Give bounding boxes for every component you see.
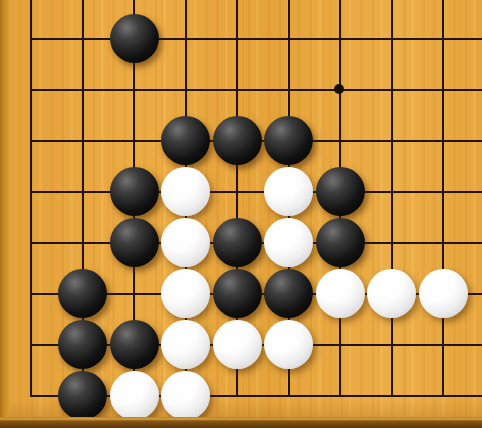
board-intersection[interactable] — [266, 16, 312, 62]
black-stone[interactable] — [316, 167, 365, 216]
board-intersection[interactable] — [8, 118, 54, 164]
white-stone[interactable] — [264, 218, 313, 267]
black-stone[interactable] — [110, 14, 159, 63]
board-intersection[interactable] — [369, 322, 415, 368]
board-intersection[interactable] — [214, 16, 260, 62]
white-stone[interactable] — [264, 320, 313, 369]
board-intersection[interactable] — [8, 373, 54, 419]
black-stone[interactable] — [161, 116, 210, 165]
board-intersection[interactable] — [163, 16, 209, 62]
board-intersection[interactable] — [369, 118, 415, 164]
white-stone[interactable] — [264, 167, 313, 216]
board-bottom-edge — [0, 417, 482, 428]
white-stone[interactable] — [161, 218, 210, 267]
board-intersection[interactable] — [317, 16, 363, 62]
board-intersection[interactable] — [163, 67, 209, 113]
screenshot-root — [0, 0, 482, 428]
black-stone[interactable] — [264, 116, 313, 165]
board-intersection[interactable] — [8, 220, 54, 266]
white-stone[interactable] — [316, 269, 365, 318]
black-stone[interactable] — [110, 218, 159, 267]
board-intersection[interactable] — [369, 373, 415, 419]
black-stone[interactable] — [58, 269, 107, 318]
board-intersection[interactable] — [60, 67, 106, 113]
board-intersection[interactable] — [420, 16, 466, 62]
white-stone[interactable] — [161, 269, 210, 318]
board-intersection[interactable] — [420, 220, 466, 266]
board-intersection[interactable] — [369, 67, 415, 113]
board-intersection[interactable] — [60, 169, 106, 215]
board-intersection[interactable] — [8, 169, 54, 215]
board-left-edge — [0, 0, 12, 419]
board-intersection[interactable] — [420, 169, 466, 215]
white-stone[interactable] — [110, 371, 159, 420]
white-stone[interactable] — [367, 269, 416, 318]
white-stone[interactable] — [419, 269, 468, 318]
board-intersection[interactable] — [111, 271, 157, 317]
board-intersection[interactable] — [214, 373, 260, 419]
board-intersection[interactable] — [8, 322, 54, 368]
board-intersection[interactable] — [420, 67, 466, 113]
board-intersection[interactable] — [8, 16, 54, 62]
black-stone[interactable] — [264, 269, 313, 318]
board-intersection[interactable] — [420, 373, 466, 419]
board-intersection[interactable] — [420, 118, 466, 164]
go-board[interactable] — [0, 0, 482, 428]
white-stone[interactable] — [161, 371, 210, 420]
board-intersection[interactable] — [214, 67, 260, 113]
board-intersection[interactable] — [111, 67, 157, 113]
white-stone[interactable] — [213, 320, 262, 369]
board-intersection[interactable] — [369, 16, 415, 62]
black-stone[interactable] — [213, 269, 262, 318]
black-stone[interactable] — [58, 320, 107, 369]
board-intersection[interactable] — [317, 118, 363, 164]
board-intersection[interactable] — [369, 220, 415, 266]
board-intersection[interactable] — [420, 322, 466, 368]
board-intersection[interactable] — [60, 118, 106, 164]
board-intersection[interactable] — [317, 373, 363, 419]
board-intersection[interactable] — [317, 67, 363, 113]
board-intersection[interactable] — [8, 67, 54, 113]
black-stone[interactable] — [316, 218, 365, 267]
board-intersection[interactable] — [60, 16, 106, 62]
black-stone[interactable] — [110, 320, 159, 369]
board-intersection[interactable] — [266, 67, 312, 113]
black-stone[interactable] — [110, 167, 159, 216]
white-stone[interactable] — [161, 167, 210, 216]
white-stone[interactable] — [161, 320, 210, 369]
board-intersection[interactable] — [111, 118, 157, 164]
board-intersection[interactable] — [60, 220, 106, 266]
board-intersection[interactable] — [266, 373, 312, 419]
black-stone[interactable] — [213, 218, 262, 267]
board-intersection[interactable] — [369, 169, 415, 215]
black-stone[interactable] — [58, 371, 107, 420]
black-stone[interactable] — [213, 116, 262, 165]
board-intersection[interactable] — [8, 271, 54, 317]
board-intersection[interactable] — [214, 169, 260, 215]
board-intersection[interactable] — [317, 322, 363, 368]
